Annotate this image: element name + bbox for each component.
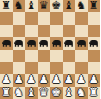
square-g7[interactable] [75, 12, 88, 24]
square-d4[interactable] [38, 50, 51, 62]
square-g6[interactable] [75, 25, 88, 37]
piece-black-queen[interactable]: ♛ [39, 0, 49, 12]
piece-black-bishop[interactable]: ♝ [64, 0, 74, 12]
piece-black-elephant[interactable] [38, 38, 49, 49]
piece-white-pawn[interactable]: ♟ [39, 74, 49, 86]
chess-board: ♜♞♝♛♚♝♞♜ ♟♟♟♟♟♟♟♟♜♞♝♛♚♝♞♜ [0, 0, 100, 99]
piece-white-pawn[interactable]: ♟ [51, 74, 61, 86]
square-d2[interactable]: ♟ [38, 74, 51, 86]
square-f4[interactable] [63, 50, 76, 62]
square-d1[interactable]: ♛ [38, 87, 51, 99]
square-b7[interactable] [13, 12, 26, 24]
square-h7[interactable] [88, 12, 101, 24]
piece-white-pawn[interactable]: ♟ [14, 74, 24, 86]
piece-white-bishop[interactable]: ♝ [26, 87, 36, 99]
piece-white-rook[interactable]: ♜ [1, 87, 11, 99]
square-a5[interactable] [0, 37, 13, 49]
square-d5[interactable] [38, 37, 51, 49]
square-h1[interactable]: ♜ [88, 87, 101, 99]
square-b1[interactable]: ♞ [13, 87, 26, 99]
square-e1[interactable]: ♚ [50, 87, 63, 99]
square-a4[interactable] [0, 50, 13, 62]
square-a8[interactable]: ♜ [0, 0, 13, 12]
square-e7[interactable] [50, 12, 63, 24]
piece-white-pawn[interactable]: ♟ [89, 74, 99, 86]
square-g3[interactable] [75, 62, 88, 74]
square-c3[interactable] [25, 62, 38, 74]
square-a7[interactable] [0, 12, 13, 24]
square-b3[interactable] [13, 62, 26, 74]
piece-black-rook[interactable]: ♜ [1, 0, 11, 12]
square-a6[interactable] [0, 25, 13, 37]
piece-white-pawn[interactable]: ♟ [76, 74, 86, 86]
square-f3[interactable] [63, 62, 76, 74]
piece-black-elephant[interactable] [63, 38, 74, 49]
square-g8[interactable]: ♞ [75, 0, 88, 12]
piece-white-pawn[interactable]: ♟ [64, 74, 74, 86]
square-h5[interactable] [88, 37, 101, 49]
square-b6[interactable] [13, 25, 26, 37]
square-a1[interactable]: ♜ [0, 87, 13, 99]
square-e4[interactable] [50, 50, 63, 62]
square-c7[interactable] [25, 12, 38, 24]
piece-white-bishop[interactable]: ♝ [64, 87, 74, 99]
square-c2[interactable]: ♟ [25, 74, 38, 86]
square-c1[interactable]: ♝ [25, 87, 38, 99]
square-d3[interactable] [38, 62, 51, 74]
square-g1[interactable]: ♞ [75, 87, 88, 99]
square-a3[interactable] [0, 62, 13, 74]
piece-white-pawn[interactable]: ♟ [26, 74, 36, 86]
square-h4[interactable] [88, 50, 101, 62]
square-h6[interactable] [88, 25, 101, 37]
square-f6[interactable] [63, 25, 76, 37]
piece-white-rook[interactable]: ♜ [89, 87, 99, 99]
square-d7[interactable] [38, 12, 51, 24]
square-d8[interactable]: ♛ [38, 0, 51, 12]
square-f1[interactable]: ♝ [63, 87, 76, 99]
piece-black-rook[interactable]: ♜ [89, 0, 99, 12]
piece-white-queen[interactable]: ♛ [39, 87, 49, 99]
piece-black-elephant[interactable] [88, 38, 99, 49]
square-h8[interactable]: ♜ [88, 0, 101, 12]
square-f5[interactable] [63, 37, 76, 49]
square-f2[interactable]: ♟ [63, 74, 76, 86]
square-b5[interactable] [13, 37, 26, 49]
square-c5[interactable] [25, 37, 38, 49]
square-b2[interactable]: ♟ [13, 74, 26, 86]
square-b8[interactable]: ♞ [13, 0, 26, 12]
piece-black-knight[interactable]: ♞ [76, 0, 86, 12]
piece-black-elephant[interactable] [76, 38, 87, 49]
square-f7[interactable] [63, 12, 76, 24]
square-a2[interactable]: ♟ [0, 74, 13, 86]
square-e8[interactable]: ♚ [50, 0, 63, 12]
piece-black-elephant[interactable] [51, 38, 62, 49]
square-c4[interactable] [25, 50, 38, 62]
square-h2[interactable]: ♟ [88, 74, 101, 86]
square-g5[interactable] [75, 37, 88, 49]
piece-black-elephant[interactable] [1, 38, 12, 49]
square-b4[interactable] [13, 50, 26, 62]
piece-black-king[interactable]: ♚ [51, 0, 61, 12]
piece-white-knight[interactable]: ♞ [76, 87, 86, 99]
square-c6[interactable] [25, 25, 38, 37]
square-e5[interactable] [50, 37, 63, 49]
square-e3[interactable] [50, 62, 63, 74]
square-e6[interactable] [50, 25, 63, 37]
piece-black-elephant[interactable] [26, 38, 37, 49]
square-g4[interactable] [75, 50, 88, 62]
piece-white-knight[interactable]: ♞ [14, 87, 24, 99]
piece-black-bishop[interactable]: ♝ [26, 0, 36, 12]
square-g2[interactable]: ♟ [75, 74, 88, 86]
square-e2[interactable]: ♟ [50, 74, 63, 86]
square-c8[interactable]: ♝ [25, 0, 38, 12]
square-h3[interactable] [88, 62, 101, 74]
piece-white-pawn[interactable]: ♟ [1, 74, 11, 86]
square-f8[interactable]: ♝ [63, 0, 76, 12]
square-d6[interactable] [38, 25, 51, 37]
piece-black-elephant[interactable] [13, 38, 24, 49]
piece-black-knight[interactable]: ♞ [14, 0, 24, 12]
piece-white-king[interactable]: ♚ [51, 87, 61, 99]
